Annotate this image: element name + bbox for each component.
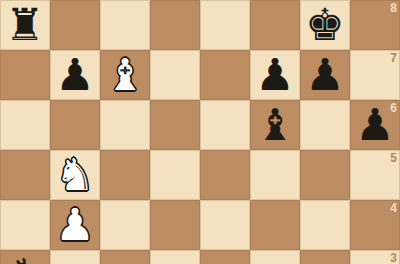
- square-f4[interactable]: [250, 200, 300, 250]
- square-e7[interactable]: [200, 50, 250, 100]
- square-a7[interactable]: [0, 50, 50, 100]
- square-e8[interactable]: [200, 0, 250, 50]
- black-pawn[interactable]: ♟: [350, 100, 400, 150]
- black-pawn[interactable]: ♟: [300, 50, 350, 100]
- rank-label-8: 8: [390, 1, 397, 15]
- square-g4[interactable]: [300, 200, 350, 250]
- square-e3[interactable]: [200, 250, 250, 264]
- square-c4[interactable]: [100, 200, 150, 250]
- square-h6[interactable]: ♟6: [350, 100, 400, 150]
- square-a5[interactable]: [0, 150, 50, 200]
- black-pawn[interactable]: ♟: [50, 50, 100, 100]
- square-c7[interactable]: ♝: [100, 50, 150, 100]
- white-pawn[interactable]: ♟: [50, 200, 100, 250]
- square-f8[interactable]: [250, 0, 300, 50]
- square-g6[interactable]: [300, 100, 350, 150]
- square-d3[interactable]: [150, 250, 200, 264]
- rank-label-4: 4: [390, 201, 397, 215]
- square-a8[interactable]: ♜: [0, 0, 50, 50]
- square-a6[interactable]: [0, 100, 50, 150]
- square-b4[interactable]: ♟: [50, 200, 100, 250]
- square-h7[interactable]: 7: [350, 50, 400, 100]
- square-a3[interactable]: ♞: [0, 250, 50, 264]
- chess-board-viewport: ♜♚8♟♝♟♟7♝♟6♞5♟4♞3: [0, 0, 400, 264]
- square-d5[interactable]: [150, 150, 200, 200]
- square-c3[interactable]: [100, 250, 150, 264]
- square-b5[interactable]: ♞: [50, 150, 100, 200]
- square-c6[interactable]: [100, 100, 150, 150]
- square-g8[interactable]: ♚: [300, 0, 350, 50]
- square-h4[interactable]: 4: [350, 200, 400, 250]
- square-g5[interactable]: [300, 150, 350, 200]
- square-b3[interactable]: [50, 250, 100, 264]
- square-g3[interactable]: [300, 250, 350, 264]
- square-f7[interactable]: ♟: [250, 50, 300, 100]
- white-bishop[interactable]: ♝: [100, 50, 150, 100]
- square-f5[interactable]: [250, 150, 300, 200]
- square-d8[interactable]: [150, 0, 200, 50]
- chess-board: ♜♚8♟♝♟♟7♝♟6♞5♟4♞3: [0, 0, 400, 264]
- square-f3[interactable]: [250, 250, 300, 264]
- square-g7[interactable]: ♟: [300, 50, 350, 100]
- square-b7[interactable]: ♟: [50, 50, 100, 100]
- rank-label-3: 3: [390, 251, 397, 264]
- black-king[interactable]: ♚: [300, 0, 350, 50]
- square-f6[interactable]: ♝: [250, 100, 300, 150]
- square-e5[interactable]: [200, 150, 250, 200]
- square-c8[interactable]: [100, 0, 150, 50]
- square-d6[interactable]: [150, 100, 200, 150]
- square-b8[interactable]: [50, 0, 100, 50]
- square-c5[interactable]: [100, 150, 150, 200]
- square-h8[interactable]: 8: [350, 0, 400, 50]
- square-e6[interactable]: [200, 100, 250, 150]
- white-knight[interactable]: ♞: [50, 150, 100, 200]
- black-rook[interactable]: ♜: [0, 0, 50, 50]
- square-h5[interactable]: 5: [350, 150, 400, 200]
- square-d4[interactable]: [150, 200, 200, 250]
- rank-label-5: 5: [390, 151, 397, 165]
- black-pawn[interactable]: ♟: [250, 50, 300, 100]
- rank-label-7: 7: [390, 51, 397, 65]
- square-b6[interactable]: [50, 100, 100, 150]
- square-d7[interactable]: [150, 50, 200, 100]
- black-knight[interactable]: ♞: [0, 250, 50, 264]
- square-h3[interactable]: 3: [350, 250, 400, 264]
- square-a4[interactable]: [0, 200, 50, 250]
- square-e4[interactable]: [200, 200, 250, 250]
- black-bishop[interactable]: ♝: [250, 100, 300, 150]
